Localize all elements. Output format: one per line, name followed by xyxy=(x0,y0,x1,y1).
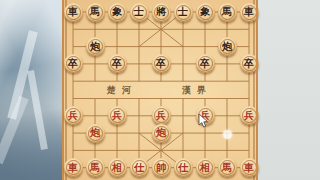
piece-glyph: 卒 xyxy=(112,59,122,69)
piece-black-horse-b10[interactable]: 馬 xyxy=(86,3,105,22)
piece-red-soldier-e4[interactable]: 兵 xyxy=(152,106,171,125)
xiangqi-app-screenshot: 楚河 漢界 車馬象士將士象馬車炮炮卒卒卒卒卒兵兵兵兵兵炮炮車馬相仕帥仕相馬車 xyxy=(0,0,320,180)
piece-glyph: 車 xyxy=(68,163,78,173)
piece-black-advisor-d10[interactable]: 士 xyxy=(130,3,149,22)
piece-black-cannon-h8[interactable]: 炮 xyxy=(218,37,237,56)
piece-glyph: 車 xyxy=(244,7,254,17)
piece-glyph: 炮 xyxy=(222,42,232,52)
piece-glyph: 兵 xyxy=(112,111,122,121)
piece-glyph: 仕 xyxy=(134,163,144,173)
piece-black-general-e10[interactable]: 將 xyxy=(152,3,171,22)
piece-glyph: 兵 xyxy=(156,111,166,121)
piece-glyph: 帥 xyxy=(156,163,166,173)
piece-black-chariot-a10[interactable]: 車 xyxy=(64,3,83,22)
river-label-right: 漢界 xyxy=(182,84,212,97)
piece-red-chariot-i1[interactable]: 車 xyxy=(240,158,259,177)
piece-red-cannon-b3[interactable]: 炮 xyxy=(86,124,105,143)
piece-red-soldier-a4[interactable]: 兵 xyxy=(64,106,83,125)
piece-red-elephant-c1[interactable]: 相 xyxy=(108,158,127,177)
piece-glyph: 馬 xyxy=(90,163,100,173)
piece-red-horse-h1[interactable]: 馬 xyxy=(218,158,237,177)
xiangqi-board[interactable]: 楚河 漢界 車馬象士將士象馬車炮炮卒卒卒卒卒兵兵兵兵兵炮炮車馬相仕帥仕相馬車 xyxy=(62,0,258,180)
piece-red-advisor-f1[interactable]: 仕 xyxy=(174,158,193,177)
piece-red-elephant-g1[interactable]: 相 xyxy=(196,158,215,177)
piece-glyph: 卒 xyxy=(68,59,78,69)
piece-red-advisor-d1[interactable]: 仕 xyxy=(130,158,149,177)
piece-black-soldier-a7[interactable]: 卒 xyxy=(64,54,83,73)
mountain-background-image xyxy=(0,0,62,180)
piece-glyph: 象 xyxy=(112,7,122,17)
piece-red-cannon-e3[interactable]: 炮 xyxy=(152,124,171,143)
piece-red-horse-b1[interactable]: 馬 xyxy=(86,158,105,177)
piece-glyph: 馬 xyxy=(222,7,232,17)
piece-glyph: 卒 xyxy=(156,59,166,69)
piece-red-general-e1[interactable]: 帥 xyxy=(152,158,171,177)
piece-black-soldier-e7[interactable]: 卒 xyxy=(152,54,171,73)
piece-glyph: 將 xyxy=(156,7,166,17)
piece-glyph: 卒 xyxy=(200,59,210,69)
piece-glyph: 士 xyxy=(178,7,188,17)
piece-black-elephant-c10[interactable]: 象 xyxy=(108,3,127,22)
piece-glyph: 仕 xyxy=(178,163,188,173)
piece-black-chariot-i10[interactable]: 車 xyxy=(240,3,259,22)
piece-glyph: 兵 xyxy=(68,111,78,121)
piece-black-elephant-g10[interactable]: 象 xyxy=(196,3,215,22)
river-label-left: 楚河 xyxy=(107,84,137,97)
piece-glyph: 馬 xyxy=(90,7,100,17)
piece-glyph: 相 xyxy=(200,163,210,173)
piece-black-soldier-g7[interactable]: 卒 xyxy=(196,54,215,73)
right-blank-panel xyxy=(258,0,320,180)
piece-glyph: 車 xyxy=(68,7,78,17)
snow-streak xyxy=(0,96,29,165)
piece-glyph: 兵 xyxy=(244,111,254,121)
piece-glyph: 相 xyxy=(112,163,122,173)
board-grid xyxy=(62,0,258,180)
piece-red-soldier-i4[interactable]: 兵 xyxy=(240,106,259,125)
piece-glyph: 兵 xyxy=(200,111,210,121)
move-origin-marker xyxy=(223,130,232,139)
piece-black-soldier-c7[interactable]: 卒 xyxy=(108,54,127,73)
piece-red-soldier-g4[interactable]: 兵 xyxy=(196,106,215,125)
piece-glyph: 士 xyxy=(134,7,144,17)
piece-glyph: 馬 xyxy=(222,163,232,173)
snow-streak xyxy=(27,70,48,150)
piece-glyph: 炮 xyxy=(90,42,100,52)
piece-black-soldier-i7[interactable]: 卒 xyxy=(240,54,259,73)
piece-black-horse-h10[interactable]: 馬 xyxy=(218,3,237,22)
piece-red-chariot-a1[interactable]: 車 xyxy=(64,158,83,177)
piece-black-advisor-f10[interactable]: 士 xyxy=(174,3,193,22)
piece-glyph: 炮 xyxy=(156,128,166,138)
piece-glyph: 卒 xyxy=(244,59,254,69)
piece-glyph: 炮 xyxy=(90,128,100,138)
piece-black-cannon-b8[interactable]: 炮 xyxy=(86,37,105,56)
piece-glyph: 象 xyxy=(200,7,210,17)
piece-glyph: 車 xyxy=(244,163,254,173)
piece-red-soldier-c4[interactable]: 兵 xyxy=(108,106,127,125)
